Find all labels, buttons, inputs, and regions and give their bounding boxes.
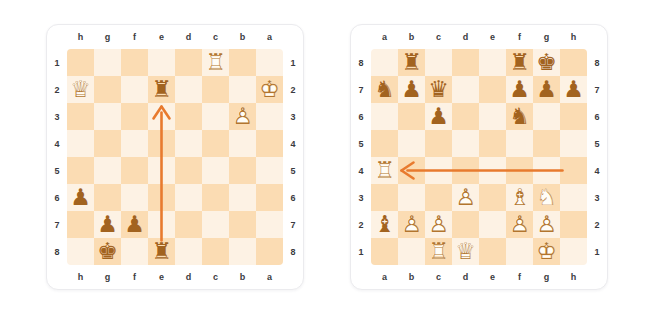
piece-black-pawn-g7[interactable]: ♟ — [533, 76, 560, 103]
page: hgfedcbahgfedcba1234567812345678♜♖♛♕♜♚♔♟… — [0, 0, 649, 315]
square-g4[interactable] — [533, 157, 560, 184]
square-d1[interactable] — [175, 49, 202, 76]
piece-white-pawn-d3[interactable]: ♟♙ — [452, 184, 479, 211]
file-labels-bottom-left: hgfedcba — [67, 265, 283, 289]
file-label-c: c — [202, 272, 229, 282]
rank-label-1: 1 — [290, 58, 295, 68]
square-b3[interactable]: ♟♙ — [229, 103, 256, 130]
rook-glyph: ♜ — [148, 76, 175, 103]
pawn-glyph: ♟ — [425, 103, 452, 130]
square-h7[interactable] — [67, 211, 94, 238]
pawn-glyph: ♟ — [67, 184, 94, 211]
rank-labels-left-right: 87654321 — [351, 49, 371, 265]
square-h2[interactable]: ♛♕ — [67, 76, 94, 103]
square-c2[interactable]: ♟♙ — [425, 211, 452, 238]
square-f8[interactable] — [121, 238, 148, 265]
file-label-h: h — [67, 272, 94, 282]
queen-glyph-outline: ♕ — [67, 76, 94, 103]
file-label-e: e — [148, 32, 175, 42]
square-c4[interactable] — [202, 130, 229, 157]
square-d2[interactable] — [175, 76, 202, 103]
piece-black-pawn-h6[interactable]: ♟ — [67, 184, 94, 211]
square-b4[interactable] — [229, 130, 256, 157]
square-d5[interactable] — [452, 130, 479, 157]
rank-labels-right-right: 87654321 — [587, 49, 607, 265]
king-glyph: ♚ — [94, 238, 121, 265]
file-label-b: b — [229, 32, 256, 42]
piece-black-pawn-c6[interactable]: ♟ — [425, 103, 452, 130]
rank-label-8: 8 — [54, 247, 59, 257]
pawn-glyph: ♟ — [506, 76, 533, 103]
pawn-glyph-outline: ♙ — [425, 211, 452, 238]
king-glyph: ♚ — [533, 49, 560, 76]
king-glyph-outline: ♔ — [256, 76, 283, 103]
knight-glyph: ♞ — [371, 76, 398, 103]
file-label-e: e — [479, 32, 506, 42]
file-label-b: b — [229, 272, 256, 282]
square-a1[interactable] — [371, 238, 398, 265]
square-h4[interactable] — [560, 157, 587, 184]
square-f2[interactable] — [121, 76, 148, 103]
square-f7[interactable]: ♟ — [506, 76, 533, 103]
square-c1[interactable]: ♜♖ — [202, 49, 229, 76]
rank-label-2: 2 — [594, 220, 599, 230]
square-e2[interactable] — [479, 211, 506, 238]
piece-white-rook-c1[interactable]: ♜♖ — [425, 238, 452, 265]
square-a5[interactable] — [256, 157, 283, 184]
piece-white-queen-d1[interactable]: ♛♕ — [452, 238, 479, 265]
file-label-b: b — [398, 32, 425, 42]
square-c1[interactable]: ♜♖ — [425, 238, 452, 265]
rook-glyph-outline: ♖ — [425, 238, 452, 265]
square-d3[interactable] — [175, 103, 202, 130]
pawn-glyph-outline: ♙ — [398, 211, 425, 238]
square-h8[interactable] — [67, 238, 94, 265]
chess-board-right: ♜♜♚♞♟♛♟♟♟♟♞♜♖♟♙♝♗♞♘♝♟♙♟♙♟♙♟♙♜♖♛♕♚♔ — [371, 49, 587, 265]
piece-black-king-g8[interactable]: ♚ — [533, 49, 560, 76]
square-c4[interactable] — [425, 157, 452, 184]
file-label-h: h — [560, 32, 587, 42]
square-b5[interactable] — [398, 130, 425, 157]
square-e1[interactable] — [479, 238, 506, 265]
square-d6[interactable] — [175, 184, 202, 211]
square-a4[interactable] — [256, 130, 283, 157]
file-label-e: e — [148, 272, 175, 282]
square-g5[interactable] — [94, 157, 121, 184]
piece-black-knight-f6[interactable]: ♞ — [506, 103, 533, 130]
rook-glyph-outline: ♖ — [371, 157, 398, 184]
square-b8[interactable] — [229, 238, 256, 265]
knight-glyph-outline: ♘ — [533, 184, 560, 211]
rook-glyph: ♜ — [398, 49, 425, 76]
square-h6[interactable] — [560, 103, 587, 130]
rook-glyph-outline: ♖ — [202, 49, 229, 76]
square-b2[interactable]: ♟♙ — [398, 211, 425, 238]
file-label-g: g — [533, 272, 560, 282]
square-h5[interactable] — [560, 130, 587, 157]
square-a6[interactable] — [256, 184, 283, 211]
rank-label-8: 8 — [594, 58, 599, 68]
square-f8[interactable]: ♜ — [506, 49, 533, 76]
square-g2[interactable]: ♟♙ — [533, 211, 560, 238]
square-f6[interactable]: ♞ — [506, 103, 533, 130]
square-a1[interactable] — [256, 49, 283, 76]
square-c7[interactable]: ♛ — [425, 76, 452, 103]
square-f3[interactable]: ♝♗ — [506, 184, 533, 211]
rank-label-8: 8 — [358, 58, 363, 68]
square-c8[interactable] — [425, 49, 452, 76]
square-a8[interactable] — [256, 238, 283, 265]
square-h1[interactable] — [67, 49, 94, 76]
rank-label-3: 3 — [54, 112, 59, 122]
square-f3[interactable] — [121, 103, 148, 130]
square-f7[interactable]: ♟ — [121, 211, 148, 238]
file-labels-bottom-right: abcdefgh — [371, 265, 587, 289]
piece-white-pawn-g2[interactable]: ♟♙ — [533, 211, 560, 238]
square-b7[interactable]: ♟ — [398, 76, 425, 103]
square-f5[interactable] — [506, 130, 533, 157]
square-e3[interactable] — [148, 103, 175, 130]
square-g7[interactable]: ♟ — [533, 76, 560, 103]
square-d6[interactable] — [452, 103, 479, 130]
square-e4[interactable] — [479, 157, 506, 184]
square-f1[interactable] — [506, 238, 533, 265]
square-g6[interactable] — [94, 184, 121, 211]
square-d2[interactable] — [452, 211, 479, 238]
square-a3[interactable] — [371, 184, 398, 211]
piece-white-king-a2[interactable]: ♚♔ — [256, 76, 283, 103]
square-b6[interactable] — [229, 184, 256, 211]
rank-label-4: 4 — [290, 139, 295, 149]
file-label-c: c — [425, 32, 452, 42]
file-label-a: a — [256, 32, 283, 42]
file-label-d: d — [452, 272, 479, 282]
square-b5[interactable] — [229, 157, 256, 184]
piece-black-king-g8[interactable]: ♚ — [94, 238, 121, 265]
square-h4[interactable] — [67, 130, 94, 157]
queen-glyph-outline: ♕ — [452, 238, 479, 265]
square-e8[interactable]: ♜ — [148, 238, 175, 265]
square-c2[interactable] — [202, 76, 229, 103]
file-labels-top-left: hgfedcba — [67, 25, 283, 49]
pawn-glyph: ♟ — [121, 211, 148, 238]
file-label-h: h — [560, 272, 587, 282]
piece-white-rook-a4[interactable]: ♜♖ — [371, 157, 398, 184]
queen-glyph: ♛ — [425, 76, 452, 103]
square-f6[interactable] — [121, 184, 148, 211]
rank-label-7: 7 — [54, 220, 59, 230]
square-c7[interactable] — [202, 211, 229, 238]
piece-white-queen-h2[interactable]: ♛♕ — [67, 76, 94, 103]
square-d7[interactable] — [175, 211, 202, 238]
square-b2[interactable] — [229, 76, 256, 103]
square-d5[interactable] — [175, 157, 202, 184]
piece-white-bishop-f3[interactable]: ♝♗ — [506, 184, 533, 211]
square-g3[interactable] — [94, 103, 121, 130]
square-b1[interactable] — [229, 49, 256, 76]
square-a3[interactable] — [256, 103, 283, 130]
piece-black-rook-b8[interactable]: ♜ — [398, 49, 425, 76]
square-a7[interactable]: ♞ — [371, 76, 398, 103]
file-label-a: a — [256, 272, 283, 282]
square-a2[interactable]: ♚♔ — [256, 76, 283, 103]
piece-white-rook-c1[interactable]: ♜♖ — [202, 49, 229, 76]
rank-label-6: 6 — [54, 193, 59, 203]
piece-white-pawn-f2[interactable]: ♟♙ — [506, 211, 533, 238]
file-label-f: f — [121, 32, 148, 42]
square-a2[interactable]: ♝ — [371, 211, 398, 238]
bishop-glyph-outline: ♗ — [506, 184, 533, 211]
piece-white-pawn-c2[interactable]: ♟♙ — [425, 211, 452, 238]
square-h8[interactable] — [560, 49, 587, 76]
square-e8[interactable] — [479, 49, 506, 76]
piece-black-pawn-f7[interactable]: ♟ — [121, 211, 148, 238]
piece-black-pawn-g7[interactable]: ♟ — [94, 211, 121, 238]
square-e6[interactable] — [479, 103, 506, 130]
board-area-right: ♜♜♚♞♟♛♟♟♟♟♞♜♖♟♙♝♗♞♘♝♟♙♟♙♟♙♟♙♜♖♛♕♚♔ — [371, 49, 587, 265]
rank-label-5: 5 — [594, 139, 599, 149]
file-label-a: a — [371, 32, 398, 42]
rank-label-4: 4 — [594, 166, 599, 176]
king-glyph-outline: ♔ — [533, 238, 560, 265]
square-g6[interactable] — [533, 103, 560, 130]
piece-white-pawn-b3[interactable]: ♟♙ — [229, 103, 256, 130]
rank-label-1: 1 — [54, 58, 59, 68]
square-b1[interactable] — [398, 238, 425, 265]
pawn-glyph-outline: ♙ — [506, 211, 533, 238]
square-f4[interactable] — [506, 157, 533, 184]
square-f2[interactable]: ♟♙ — [506, 211, 533, 238]
pawn-glyph: ♟ — [398, 76, 425, 103]
piece-black-queen-c7[interactable]: ♛ — [425, 76, 452, 103]
square-e6[interactable] — [148, 184, 175, 211]
square-a5[interactable] — [371, 130, 398, 157]
square-h7[interactable]: ♟ — [560, 76, 587, 103]
piece-black-knight-a7[interactable]: ♞ — [371, 76, 398, 103]
file-label-c: c — [202, 32, 229, 42]
square-g7[interactable]: ♟ — [94, 211, 121, 238]
square-a7[interactable] — [256, 211, 283, 238]
file-label-b: b — [398, 272, 425, 282]
square-e7[interactable] — [479, 76, 506, 103]
square-d1[interactable]: ♛♕ — [452, 238, 479, 265]
rank-label-6: 6 — [594, 112, 599, 122]
square-f5[interactable] — [121, 157, 148, 184]
rank-label-7: 7 — [290, 220, 295, 230]
file-label-d: d — [175, 272, 202, 282]
rank-label-8: 8 — [290, 247, 295, 257]
file-label-f: f — [506, 272, 533, 282]
rook-glyph: ♜ — [148, 238, 175, 265]
file-label-h: h — [67, 32, 94, 42]
square-d3[interactable]: ♟♙ — [452, 184, 479, 211]
square-g2[interactable] — [94, 76, 121, 103]
square-e5[interactable] — [479, 130, 506, 157]
square-g8[interactable]: ♚ — [533, 49, 560, 76]
rank-label-2: 2 — [358, 220, 363, 230]
square-b4[interactable] — [398, 157, 425, 184]
piece-black-rook-e2[interactable]: ♜ — [148, 76, 175, 103]
square-f1[interactable] — [121, 49, 148, 76]
rank-label-6: 6 — [358, 112, 363, 122]
square-c3[interactable] — [202, 103, 229, 130]
square-b8[interactable]: ♜ — [398, 49, 425, 76]
file-labels-top-right: abcdefgh — [371, 25, 587, 49]
rank-label-1: 1 — [594, 247, 599, 257]
pawn-glyph: ♟ — [560, 76, 587, 103]
rank-label-3: 3 — [290, 112, 295, 122]
square-h5[interactable] — [67, 157, 94, 184]
rank-label-5: 5 — [54, 166, 59, 176]
pawn-glyph: ♟ — [533, 76, 560, 103]
pawn-glyph-outline: ♙ — [533, 211, 560, 238]
square-e2[interactable]: ♜ — [148, 76, 175, 103]
square-c8[interactable] — [202, 238, 229, 265]
file-label-g: g — [94, 272, 121, 282]
square-g1[interactable] — [94, 49, 121, 76]
bishop-glyph: ♝ — [371, 211, 398, 238]
board-card-left: hgfedcbahgfedcba1234567812345678♜♖♛♕♜♚♔♟… — [46, 24, 304, 290]
square-g3[interactable]: ♞♘ — [533, 184, 560, 211]
square-c5[interactable] — [425, 130, 452, 157]
file-label-e: e — [479, 272, 506, 282]
board-area-left: ♜♖♛♕♜♚♔♟♙♟♟♟♚♜ — [67, 49, 283, 265]
rank-label-7: 7 — [358, 85, 363, 95]
rank-label-6: 6 — [290, 193, 295, 203]
file-label-d: d — [452, 32, 479, 42]
square-d4[interactable] — [175, 130, 202, 157]
square-a6[interactable] — [371, 103, 398, 130]
piece-black-pawn-h7[interactable]: ♟ — [560, 76, 587, 103]
square-e4[interactable] — [148, 130, 175, 157]
rank-labels-right-left: 12345678 — [283, 49, 303, 265]
piece-black-rook-f8[interactable]: ♜ — [506, 49, 533, 76]
square-c3[interactable] — [425, 184, 452, 211]
piece-white-pawn-b2[interactable]: ♟♙ — [398, 211, 425, 238]
rank-label-3: 3 — [358, 193, 363, 203]
rook-glyph: ♜ — [506, 49, 533, 76]
rank-label-5: 5 — [290, 166, 295, 176]
square-e3[interactable] — [479, 184, 506, 211]
square-a8[interactable] — [371, 49, 398, 76]
file-label-a: a — [371, 272, 398, 282]
file-label-f: f — [506, 32, 533, 42]
square-e5[interactable] — [148, 157, 175, 184]
rank-label-7: 7 — [594, 85, 599, 95]
square-e7[interactable] — [148, 211, 175, 238]
square-h1[interactable] — [560, 238, 587, 265]
file-label-d: d — [175, 32, 202, 42]
square-d8[interactable] — [175, 238, 202, 265]
pawn-glyph: ♟ — [94, 211, 121, 238]
square-e1[interactable] — [148, 49, 175, 76]
rank-label-3: 3 — [594, 193, 599, 203]
square-b3[interactable] — [398, 184, 425, 211]
piece-white-king-g1[interactable]: ♚♔ — [533, 238, 560, 265]
square-d4[interactable] — [452, 157, 479, 184]
file-label-g: g — [94, 32, 121, 42]
square-b6[interactable] — [398, 103, 425, 130]
rank-label-2: 2 — [290, 85, 295, 95]
square-g1[interactable]: ♚♔ — [533, 238, 560, 265]
piece-white-knight-g3[interactable]: ♞♘ — [533, 184, 560, 211]
square-a4[interactable]: ♜♖ — [371, 157, 398, 184]
square-b7[interactable] — [229, 211, 256, 238]
square-h2[interactable] — [560, 211, 587, 238]
square-g5[interactable] — [533, 130, 560, 157]
square-g8[interactable]: ♚ — [94, 238, 121, 265]
square-d7[interactable] — [452, 76, 479, 103]
file-label-g: g — [533, 32, 560, 42]
rank-labels-left-left: 12345678 — [47, 49, 67, 265]
square-g4[interactable] — [94, 130, 121, 157]
square-c6[interactable]: ♟ — [425, 103, 452, 130]
file-label-c: c — [425, 272, 452, 282]
square-h6[interactable]: ♟ — [67, 184, 94, 211]
rank-label-4: 4 — [54, 139, 59, 149]
square-h3[interactable] — [67, 103, 94, 130]
rank-label-5: 5 — [358, 139, 363, 149]
piece-black-pawn-f7[interactable]: ♟ — [506, 76, 533, 103]
chess-board-left: ♜♖♛♕♜♚♔♟♙♟♟♟♚♜ — [67, 49, 283, 265]
board-card-right: abcdefghabcdefgh8765432187654321♜♜♚♞♟♛♟♟… — [350, 24, 608, 290]
square-d8[interactable] — [452, 49, 479, 76]
piece-black-pawn-b7[interactable]: ♟ — [398, 76, 425, 103]
square-f4[interactable] — [121, 130, 148, 157]
square-c5[interactable] — [202, 157, 229, 184]
square-c6[interactable] — [202, 184, 229, 211]
rank-label-1: 1 — [358, 247, 363, 257]
file-label-f: f — [121, 272, 148, 282]
pawn-glyph-outline: ♙ — [229, 103, 256, 130]
pawn-glyph-outline: ♙ — [452, 184, 479, 211]
piece-black-rook-e8[interactable]: ♜ — [148, 238, 175, 265]
piece-black-bishop-a2[interactable]: ♝ — [371, 211, 398, 238]
knight-glyph: ♞ — [506, 103, 533, 130]
rank-label-4: 4 — [358, 166, 363, 176]
rank-label-2: 2 — [54, 85, 59, 95]
square-h3[interactable] — [560, 184, 587, 211]
